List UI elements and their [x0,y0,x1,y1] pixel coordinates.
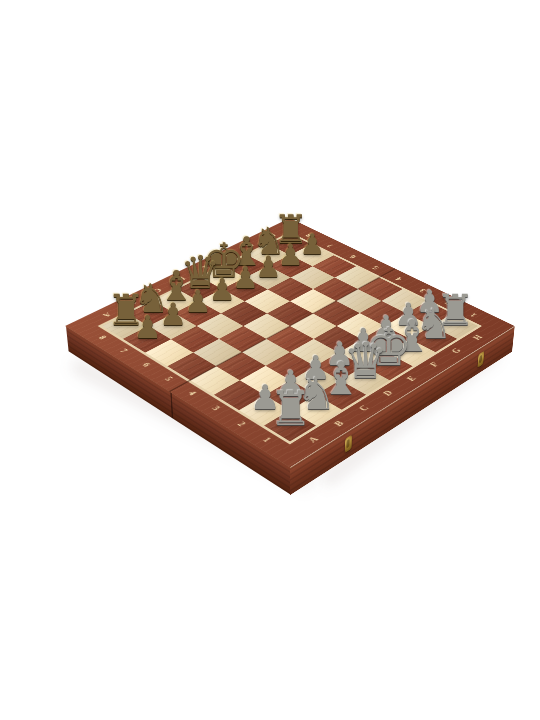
square-anchor [215,380,216,381]
square-anchor [336,313,337,314]
brass-clasp-icon[interactable] [345,435,352,453]
square-anchor [314,326,315,327]
piece-black-pawn-e7[interactable]: ♟ [232,263,259,293]
square-anchor [334,266,335,267]
square-anchor [335,289,336,290]
square-anchor [312,277,313,278]
piece-white-rook-a1[interactable]: ♜ [269,384,312,432]
piece-black-pawn-g7[interactable]: ♟ [278,241,304,270]
piece-black-pawn-b7[interactable]: ♟ [159,299,187,330]
square-anchor [290,313,291,314]
square-anchor [219,326,220,327]
square-anchor [313,301,314,302]
square-anchor [244,313,245,314]
piece-black-pawn-d7[interactable]: ♟ [209,275,236,305]
square-anchor [267,301,268,302]
square-anchor [380,289,381,290]
square-anchor [359,301,360,302]
square-anchor [169,352,170,353]
brass-clasp-icon[interactable] [477,351,484,368]
square-anchor [266,352,267,353]
piece-black-pawn-c7[interactable]: ♟ [184,287,211,318]
square-anchor [357,277,358,278]
square-anchor [239,394,241,395]
square-anchor [290,289,291,290]
piece-black-pawn-a7[interactable]: ♟ [133,312,161,344]
fold-seam-side [170,392,173,419]
product-photo-stage: ABCDEFGH ABCDEFGH 87654321 87654321 ♜♞♝♛… [0,0,540,720]
